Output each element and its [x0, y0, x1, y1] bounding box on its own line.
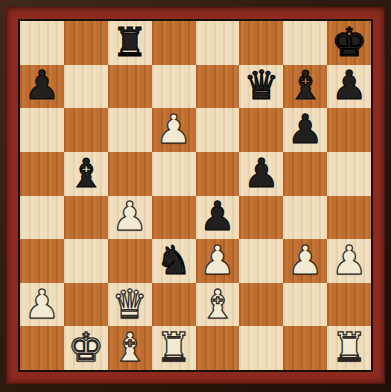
square-b1[interactable]: ♚	[64, 326, 108, 370]
black-rook-c8: ♜	[112, 22, 148, 62]
square-g3[interactable]: ♟	[283, 239, 327, 283]
square-c3[interactable]	[108, 239, 152, 283]
white-pawn-h3: ♟	[331, 240, 367, 280]
square-d8[interactable]	[152, 21, 196, 65]
square-b3[interactable]	[64, 239, 108, 283]
square-g7[interactable]: ♝	[283, 65, 327, 109]
square-c8[interactable]: ♜	[108, 21, 152, 65]
square-h8[interactable]: ♚	[327, 21, 371, 65]
square-a3[interactable]	[20, 239, 64, 283]
square-f7[interactable]: ♛	[239, 65, 283, 109]
square-h1[interactable]: ♜	[327, 326, 371, 370]
square-h4[interactable]	[327, 196, 371, 240]
square-d5[interactable]	[152, 152, 196, 196]
white-bishop-e2: ♝	[200, 284, 236, 324]
square-d1[interactable]: ♜	[152, 326, 196, 370]
square-d2[interactable]	[152, 283, 196, 327]
board-inner-border: ♜♚♟♛♝♟♟♟♝♟♟♟♞♟♟♟♟♛♝♚♝♜♜	[18, 19, 373, 372]
white-queen-c2: ♛	[112, 284, 148, 324]
square-d6[interactable]: ♟	[152, 108, 196, 152]
square-e3[interactable]: ♟	[196, 239, 240, 283]
black-queen-f7: ♛	[243, 65, 279, 105]
square-h6[interactable]	[327, 108, 371, 152]
black-bishop-b5: ♝	[68, 153, 104, 193]
square-f5[interactable]: ♟	[239, 152, 283, 196]
square-d4[interactable]	[152, 196, 196, 240]
square-f1[interactable]	[239, 326, 283, 370]
square-g8[interactable]	[283, 21, 327, 65]
white-king-b1: ♚	[68, 327, 104, 367]
white-rook-d1: ♜	[156, 327, 192, 367]
square-a8[interactable]	[20, 21, 64, 65]
square-c6[interactable]	[108, 108, 152, 152]
square-a4[interactable]	[20, 196, 64, 240]
square-b6[interactable]	[64, 108, 108, 152]
square-e4[interactable]: ♟	[196, 196, 240, 240]
square-a2[interactable]: ♟	[20, 283, 64, 327]
square-a1[interactable]	[20, 326, 64, 370]
white-pawn-d6: ♟	[156, 109, 192, 149]
square-e5[interactable]	[196, 152, 240, 196]
board-frame: ♜♚♟♛♝♟♟♟♝♟♟♟♞♟♟♟♟♛♝♚♝♜♜	[6, 7, 385, 384]
square-g6[interactable]: ♟	[283, 108, 327, 152]
square-b4[interactable]	[64, 196, 108, 240]
black-bishop-g7: ♝	[287, 65, 323, 105]
black-pawn-a7: ♟	[24, 65, 60, 105]
black-pawn-h7: ♟	[331, 65, 367, 105]
white-pawn-e3: ♟	[200, 240, 236, 280]
square-g5[interactable]	[283, 152, 327, 196]
square-f8[interactable]	[239, 21, 283, 65]
white-bishop-c1: ♝	[112, 327, 148, 367]
square-h2[interactable]	[327, 283, 371, 327]
board-outer-edge: ♜♚♟♛♝♟♟♟♝♟♟♟♞♟♟♟♟♛♝♚♝♜♜	[0, 0, 391, 392]
square-e2[interactable]: ♝	[196, 283, 240, 327]
square-f6[interactable]	[239, 108, 283, 152]
square-c2[interactable]: ♛	[108, 283, 152, 327]
square-c7[interactable]	[108, 65, 152, 109]
square-f4[interactable]	[239, 196, 283, 240]
square-c5[interactable]	[108, 152, 152, 196]
square-b8[interactable]	[64, 21, 108, 65]
square-d3[interactable]: ♞	[152, 239, 196, 283]
square-d7[interactable]	[152, 65, 196, 109]
square-g4[interactable]	[283, 196, 327, 240]
square-g2[interactable]	[283, 283, 327, 327]
square-c4[interactable]: ♟	[108, 196, 152, 240]
square-a5[interactable]	[20, 152, 64, 196]
black-pawn-e4: ♟	[200, 196, 236, 236]
black-pawn-f5: ♟	[243, 153, 279, 193]
square-f3[interactable]	[239, 239, 283, 283]
square-h3[interactable]: ♟	[327, 239, 371, 283]
square-e1[interactable]	[196, 326, 240, 370]
square-e6[interactable]	[196, 108, 240, 152]
white-rook-h1: ♜	[331, 327, 367, 367]
square-b2[interactable]	[64, 283, 108, 327]
white-pawn-a2: ♟	[24, 284, 60, 324]
white-pawn-g3: ♟	[287, 240, 323, 280]
white-pawn-c4: ♟	[112, 196, 148, 236]
square-h7[interactable]: ♟	[327, 65, 371, 109]
chess-board: ♜♚♟♛♝♟♟♟♝♟♟♟♞♟♟♟♟♛♝♚♝♜♜	[20, 21, 371, 370]
square-a7[interactable]: ♟	[20, 65, 64, 109]
square-g1[interactable]	[283, 326, 327, 370]
square-h5[interactable]	[327, 152, 371, 196]
square-b7[interactable]	[64, 65, 108, 109]
black-pawn-g6: ♟	[287, 109, 323, 149]
square-a6[interactable]	[20, 108, 64, 152]
black-knight-d3: ♞	[156, 240, 192, 280]
square-b5[interactable]: ♝	[64, 152, 108, 196]
square-c1[interactable]: ♝	[108, 326, 152, 370]
black-king-h8: ♚	[331, 22, 367, 62]
square-f2[interactable]	[239, 283, 283, 327]
square-e7[interactable]	[196, 65, 240, 109]
square-e8[interactable]	[196, 21, 240, 65]
